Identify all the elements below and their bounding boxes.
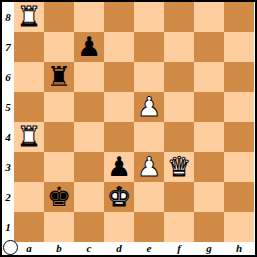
square-g6[interactable] [194, 62, 224, 92]
square-c5[interactable] [74, 92, 104, 122]
square-c1[interactable] [74, 212, 104, 242]
white-pawn[interactable]: ♟ [137, 92, 161, 122]
square-d6[interactable] [104, 62, 134, 92]
rank-label-5: 5 [2, 92, 14, 122]
square-g1[interactable] [194, 212, 224, 242]
file-label-h: h [224, 242, 254, 255]
square-b4[interactable] [44, 122, 74, 152]
rank-label-6: 6 [2, 62, 14, 92]
square-d7[interactable] [104, 32, 134, 62]
square-a6[interactable] [14, 62, 44, 92]
black-pawn[interactable]: ♟ [107, 152, 131, 182]
square-h8[interactable] [224, 2, 254, 32]
side-to-move-indicator [3, 240, 18, 255]
rank-label-3: 3 [2, 152, 14, 182]
square-f5[interactable] [164, 92, 194, 122]
square-b1[interactable] [44, 212, 74, 242]
rank-label-4: 4 [2, 122, 14, 152]
file-label-c: c [74, 242, 104, 255]
square-d1[interactable] [104, 212, 134, 242]
chess-diagram: 87654321 ♜♟♜♟♜♟♟♛♚♚ abcdefgh [0, 0, 257, 257]
square-a7[interactable] [14, 32, 44, 62]
file-labels: abcdefgh [14, 242, 254, 255]
file-label-a: a [14, 242, 44, 255]
square-g4[interactable] [194, 122, 224, 152]
square-f6[interactable] [164, 62, 194, 92]
square-g2[interactable] [194, 182, 224, 212]
file-label-d: d [104, 242, 134, 255]
file-label-f: f [164, 242, 194, 255]
square-b7[interactable] [44, 32, 74, 62]
square-e5[interactable]: ♟ [134, 92, 164, 122]
square-a2[interactable] [14, 182, 44, 212]
square-c7[interactable]: ♟ [74, 32, 104, 62]
square-h3[interactable] [224, 152, 254, 182]
square-a5[interactable] [14, 92, 44, 122]
square-h6[interactable] [224, 62, 254, 92]
white-rook[interactable]: ♜ [17, 2, 41, 32]
square-a4[interactable]: ♜ [14, 122, 44, 152]
square-h5[interactable] [224, 92, 254, 122]
square-f4[interactable] [164, 122, 194, 152]
square-b5[interactable] [44, 92, 74, 122]
rank-label-2: 2 [2, 182, 14, 212]
square-b2[interactable]: ♚ [44, 182, 74, 212]
square-a3[interactable] [14, 152, 44, 182]
square-a1[interactable] [14, 212, 44, 242]
square-d4[interactable] [104, 122, 134, 152]
square-f7[interactable] [164, 32, 194, 62]
square-b6[interactable]: ♜ [44, 62, 74, 92]
square-g3[interactable] [194, 152, 224, 182]
white-rook[interactable]: ♜ [17, 122, 41, 152]
square-c3[interactable] [74, 152, 104, 182]
square-f3[interactable]: ♛ [164, 152, 194, 182]
rank-label-7: 7 [2, 32, 14, 62]
square-e2[interactable] [134, 182, 164, 212]
square-d2[interactable]: ♚ [104, 182, 134, 212]
square-e3[interactable]: ♟ [134, 152, 164, 182]
square-h1[interactable] [224, 212, 254, 242]
square-e6[interactable] [134, 62, 164, 92]
file-label-b: b [44, 242, 74, 255]
square-h4[interactable] [224, 122, 254, 152]
square-e4[interactable] [134, 122, 164, 152]
square-g5[interactable] [194, 92, 224, 122]
square-c6[interactable] [74, 62, 104, 92]
square-h2[interactable] [224, 182, 254, 212]
rank-labels: 87654321 [2, 2, 14, 242]
rank-label-8: 8 [2, 2, 14, 32]
white-pawn[interactable]: ♟ [137, 152, 161, 182]
square-e8[interactable] [134, 2, 164, 32]
square-b8[interactable] [44, 2, 74, 32]
file-label-g: g [194, 242, 224, 255]
black-king[interactable]: ♚ [47, 182, 71, 212]
square-h7[interactable] [224, 32, 254, 62]
square-b3[interactable] [44, 152, 74, 182]
square-c8[interactable] [74, 2, 104, 32]
square-f2[interactable] [164, 182, 194, 212]
square-d3[interactable]: ♟ [104, 152, 134, 182]
square-g7[interactable] [194, 32, 224, 62]
black-pawn[interactable]: ♟ [77, 32, 101, 62]
file-label-e: e [134, 242, 164, 255]
chess-board[interactable]: ♜♟♜♟♜♟♟♛♚♚ [14, 2, 254, 242]
square-e1[interactable] [134, 212, 164, 242]
square-d5[interactable] [104, 92, 134, 122]
black-rook[interactable]: ♜ [47, 62, 71, 92]
square-f8[interactable] [164, 2, 194, 32]
square-e7[interactable] [134, 32, 164, 62]
square-c2[interactable] [74, 182, 104, 212]
rank-label-1: 1 [2, 212, 14, 242]
square-c4[interactable] [74, 122, 104, 152]
square-g8[interactable] [194, 2, 224, 32]
white-king[interactable]: ♚ [107, 182, 131, 212]
square-d8[interactable] [104, 2, 134, 32]
diagram-inner: 87654321 ♜♟♜♟♜♟♟♛♚♚ abcdefgh [2, 2, 255, 255]
square-a8[interactable]: ♜ [14, 2, 44, 32]
square-f1[interactable] [164, 212, 194, 242]
white-queen[interactable]: ♛ [167, 152, 191, 182]
